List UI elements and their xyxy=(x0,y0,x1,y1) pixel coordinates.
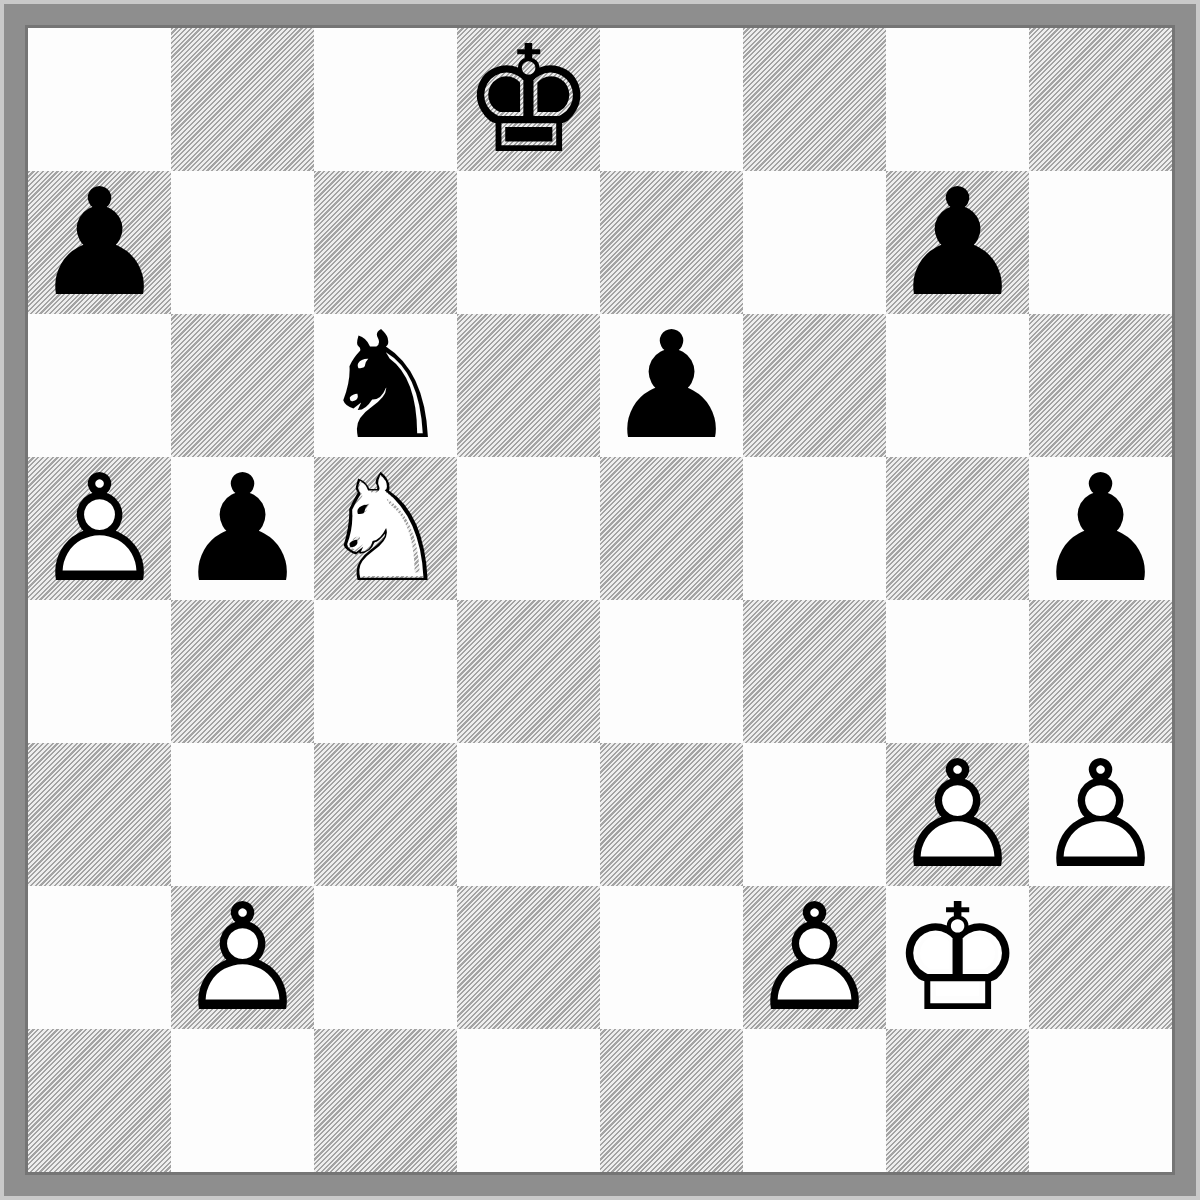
square-g7[interactable]: ♟ xyxy=(886,171,1029,314)
piece-black-pawn[interactable]: ♟ xyxy=(28,171,171,314)
piece-white-fill-layer: ♟ xyxy=(1035,749,1167,881)
square-h1[interactable] xyxy=(1029,1029,1172,1172)
square-h4[interactable] xyxy=(1029,600,1172,743)
piece-white-fill-layer: ♟ xyxy=(892,749,1024,881)
square-d2[interactable] xyxy=(457,886,600,1029)
square-e5[interactable] xyxy=(600,457,743,600)
piece-black-knight[interactable]: ♞ xyxy=(314,314,457,457)
piece-black-pawn[interactable]: ♟ xyxy=(886,171,1029,314)
square-c4[interactable] xyxy=(314,600,457,743)
piece-white-fill-layer: ♟ xyxy=(749,892,881,1024)
piece-white-fill-layer: ♚ xyxy=(892,892,1024,1024)
square-f8[interactable] xyxy=(743,28,886,171)
square-e7[interactable] xyxy=(600,171,743,314)
square-b5[interactable]: ♟ xyxy=(171,457,314,600)
square-c6[interactable]: ♞ xyxy=(314,314,457,457)
square-f3[interactable] xyxy=(743,743,886,886)
square-c2[interactable] xyxy=(314,886,457,1029)
square-h8[interactable] xyxy=(1029,28,1172,171)
square-a4[interactable] xyxy=(28,600,171,743)
square-g6[interactable] xyxy=(886,314,1029,457)
square-a7[interactable]: ♟ xyxy=(28,171,171,314)
square-f7[interactable] xyxy=(743,171,886,314)
square-g1[interactable] xyxy=(886,1029,1029,1172)
square-a5[interactable]: ♟♙ xyxy=(28,457,171,600)
piece-white-pawn[interactable]: ♙ xyxy=(28,457,171,600)
square-d8[interactable]: ♚ xyxy=(457,28,600,171)
square-c7[interactable] xyxy=(314,171,457,314)
square-b3[interactable] xyxy=(171,743,314,886)
chess-diagram: ♚♟♟♞♟♟♙♟♞♘♟♟♙♟♙♟♙♟♙♚♔ xyxy=(0,0,1200,1200)
square-b7[interactable] xyxy=(171,171,314,314)
square-h5[interactable]: ♟ xyxy=(1029,457,1172,600)
square-g4[interactable] xyxy=(886,600,1029,743)
square-a6[interactable] xyxy=(28,314,171,457)
piece-white-pawn[interactable]: ♙ xyxy=(1029,743,1172,886)
chess-board[interactable]: ♚♟♟♞♟♟♙♟♞♘♟♟♙♟♙♟♙♟♙♚♔ xyxy=(28,28,1172,1172)
piece-white-fill-layer: ♟ xyxy=(177,892,309,1024)
piece-white-king[interactable]: ♔ xyxy=(886,886,1029,1029)
square-e1[interactable] xyxy=(600,1029,743,1172)
piece-white-pawn[interactable]: ♙ xyxy=(743,886,886,1029)
square-a3[interactable] xyxy=(28,743,171,886)
square-e4[interactable] xyxy=(600,600,743,743)
square-e8[interactable] xyxy=(600,28,743,171)
square-h2[interactable] xyxy=(1029,886,1172,1029)
square-b2[interactable]: ♟♙ xyxy=(171,886,314,1029)
piece-black-pawn[interactable]: ♟ xyxy=(600,314,743,457)
square-a8[interactable] xyxy=(28,28,171,171)
square-e3[interactable] xyxy=(600,743,743,886)
square-a1[interactable] xyxy=(28,1029,171,1172)
square-g3[interactable]: ♟♙ xyxy=(886,743,1029,886)
piece-white-pawn[interactable]: ♙ xyxy=(886,743,1029,886)
square-b1[interactable] xyxy=(171,1029,314,1172)
square-d4[interactable] xyxy=(457,600,600,743)
square-c3[interactable] xyxy=(314,743,457,886)
square-f5[interactable] xyxy=(743,457,886,600)
square-f6[interactable] xyxy=(743,314,886,457)
piece-white-pawn[interactable]: ♙ xyxy=(171,886,314,1029)
square-e2[interactable] xyxy=(600,886,743,1029)
piece-white-fill-layer: ♟ xyxy=(34,463,166,595)
piece-black-pawn[interactable]: ♟ xyxy=(1029,457,1172,600)
square-c5[interactable]: ♞♘ xyxy=(314,457,457,600)
square-b4[interactable] xyxy=(171,600,314,743)
square-d5[interactable] xyxy=(457,457,600,600)
square-h7[interactable] xyxy=(1029,171,1172,314)
square-a2[interactable] xyxy=(28,886,171,1029)
square-c8[interactable] xyxy=(314,28,457,171)
piece-black-pawn[interactable]: ♟ xyxy=(171,457,314,600)
square-h6[interactable] xyxy=(1029,314,1172,457)
square-g8[interactable] xyxy=(886,28,1029,171)
square-d7[interactable] xyxy=(457,171,600,314)
square-d6[interactable] xyxy=(457,314,600,457)
square-e6[interactable]: ♟ xyxy=(600,314,743,457)
piece-white-fill-layer: ♞ xyxy=(320,463,452,595)
square-h3[interactable]: ♟♙ xyxy=(1029,743,1172,886)
square-g2[interactable]: ♚♔ xyxy=(886,886,1029,1029)
square-b6[interactable] xyxy=(171,314,314,457)
square-f4[interactable] xyxy=(743,600,886,743)
square-b8[interactable] xyxy=(171,28,314,171)
square-f1[interactable] xyxy=(743,1029,886,1172)
square-g5[interactable] xyxy=(886,457,1029,600)
square-c1[interactable] xyxy=(314,1029,457,1172)
square-f2[interactable]: ♟♙ xyxy=(743,886,886,1029)
square-d1[interactable] xyxy=(457,1029,600,1172)
square-d3[interactable] xyxy=(457,743,600,886)
piece-black-king[interactable]: ♚ xyxy=(457,28,600,171)
piece-white-knight[interactable]: ♘ xyxy=(314,457,457,600)
